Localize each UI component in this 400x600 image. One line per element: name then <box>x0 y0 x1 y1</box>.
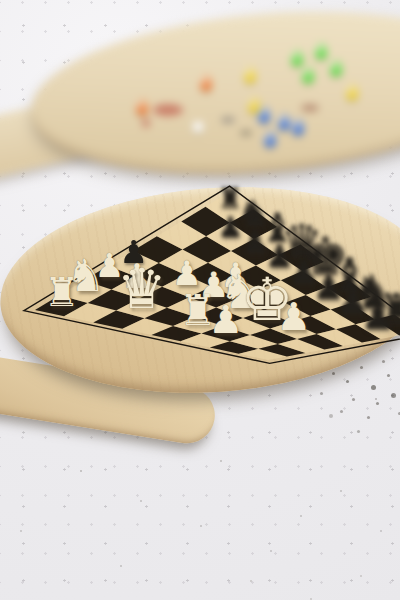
chess-paddle <box>0 0 400 600</box>
photo-scene: ♜♞♝♛♚♝♞♜♟♟♟♟♟♟♟♟♟♟♟♞♚♟♟♟♞♛♜♟♜ <box>0 0 400 600</box>
